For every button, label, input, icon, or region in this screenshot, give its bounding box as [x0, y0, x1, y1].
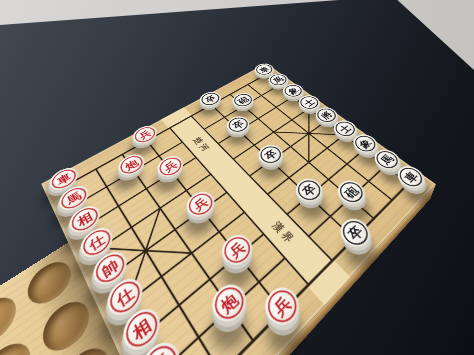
piece-character: 車 — [56, 172, 73, 187]
piece-character: 卒 — [345, 223, 365, 242]
piece-character: 馬 — [379, 153, 396, 166]
drawer-hole — [55, 338, 118, 355]
drawer-hole — [0, 333, 36, 355]
piece-character: 馬 — [272, 76, 285, 85]
piece-character: 士 — [302, 98, 316, 108]
piece-character: 卒 — [231, 119, 246, 130]
piece-character: 兵 — [162, 159, 178, 173]
piece-character: 兵 — [227, 240, 247, 260]
drawer-side-face — [0, 317, 18, 355]
piece-character: 兵 — [192, 196, 210, 213]
scene: 楚河 漢界 車馬象士將士象馬車砲砲卒卒卒卒卒兵兵兵兵兵炮炮車馬相仕帥仕相馬車 — [0, 0, 474, 355]
piece-character: 象 — [286, 86, 300, 95]
piece-character: 車 — [402, 170, 419, 185]
piece-character: 兵 — [271, 293, 293, 318]
piece-character: 士 — [338, 123, 353, 134]
piece-character: 卒 — [300, 182, 318, 198]
piece-character: 卒 — [204, 94, 218, 104]
piece-character: 炮 — [218, 291, 240, 316]
piece-character: 馬 — [148, 350, 173, 355]
xiangqi-board: 楚河 漢界 車馬象士將士象馬車砲砲卒卒卒卒卒兵兵兵兵兵炮炮車馬相仕帥仕相馬車 — [41, 63, 436, 355]
piece-character: 相 — [76, 210, 94, 228]
piece-character: 砲 — [236, 95, 250, 105]
drawer-hole — [0, 289, 21, 355]
piece-character: 炮 — [123, 158, 139, 172]
piece-character: 象 — [357, 137, 373, 149]
board-surface[interactable]: 楚河 漢界 車馬象士將士象馬車砲砲卒卒卒卒卒兵兵兵兵兵炮炮車馬相仕帥仕相馬車 — [41, 63, 436, 355]
piece-character: 兵 — [137, 129, 152, 141]
scene-3d: 楚河 漢界 車馬象士將士象馬車砲砲卒卒卒卒卒兵兵兵兵兵炮炮車馬相仕帥仕相馬車 — [0, 0, 474, 355]
piece-character: 仕 — [87, 233, 106, 253]
piece-character: 砲 — [342, 184, 360, 200]
piece-character: 馬 — [65, 190, 83, 206]
piece-character: 卒 — [263, 148, 279, 161]
piece-character: 將 — [319, 110, 334, 121]
piece-character: 相 — [130, 315, 153, 342]
drawer-hole — [38, 293, 96, 355]
piece-character: 車 — [258, 66, 271, 74]
piece-character: 仕 — [114, 285, 136, 309]
piece-character: 帥 — [100, 257, 121, 279]
